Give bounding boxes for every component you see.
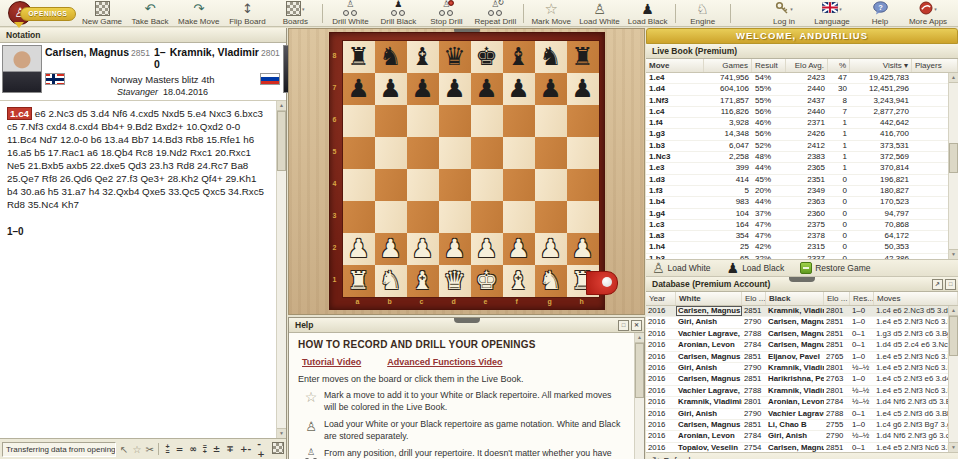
cell-belo: 2851: [824, 443, 850, 452]
piece-black-pawn: ♟: [571, 73, 593, 105]
cell-res: 0–1: [850, 409, 874, 419]
square-f8[interactable]: ♝: [503, 41, 535, 73]
square-h5[interactable]: [567, 137, 599, 169]
cursor-icon[interactable]: ↖: [120, 444, 128, 455]
toolbar-label: Drill White: [332, 17, 368, 26]
square-f1[interactable]: ♝: [503, 265, 535, 297]
square-f2[interactable]: ♟: [503, 233, 535, 265]
livebook-row[interactable]: 1.d341445%23510196,821: [646, 175, 958, 186]
toolbar-separator: [730, 4, 731, 23]
square-h2[interactable]: ♟: [567, 233, 599, 265]
square-b1[interactable]: ♞: [375, 265, 407, 297]
livebook-row[interactable]: 1.f43,92846%23711442,642: [646, 118, 958, 129]
logo-wordmark: OPENINGS: [20, 7, 76, 21]
square-e4[interactable]: [471, 169, 503, 201]
livebook-row[interactable]: 1.g410437%2360094,797: [646, 209, 958, 220]
help-bubble-icon: ?: [873, 1, 888, 17]
square-c2[interactable]: ♟: [407, 233, 439, 265]
cell-white: Giri, Anish: [676, 317, 742, 327]
square-h3[interactable]: [567, 201, 599, 233]
cell-welo: 2790: [742, 363, 766, 373]
help-panel: Help □ ✕ HOW TO RECORD AND DRILL YOUR OP…: [288, 317, 645, 459]
cell: 0: [828, 175, 850, 185]
database-column-headers[interactable]: YearWhiteElo ...BlackElo ...Res...Moves: [646, 292, 958, 306]
help-link-advanced-functions-video[interactable]: Advanced Functions Video: [387, 357, 502, 367]
eval-symbol[interactable]: ∓: [226, 444, 234, 454]
square-d6[interactable]: [439, 105, 471, 137]
cell: 1: [828, 129, 850, 139]
splitter-handle[interactable]: [454, 318, 480, 323]
column-header-elo-avg-[interactable]: Elo Avg.: [786, 59, 828, 72]
database-game-row[interactable]: 2016Giri, Anish2790Carlsen, Magnus28511–…: [646, 317, 958, 328]
square-c1[interactable]: ♝: [407, 265, 439, 297]
piece-white-pawn: ♟: [571, 233, 593, 265]
column-header--[interactable]: %: [828, 59, 850, 72]
cell: 1.d3: [646, 175, 704, 185]
cell: 370,814: [850, 163, 912, 173]
toolbar-button-boards[interactable]: ▾Boards: [271, 0, 319, 26]
cell-res: 1–0: [850, 317, 874, 327]
square-e5[interactable]: [471, 137, 503, 169]
cell-moves: 1.d4 Nf6 2.Nf3 g6 3.c4 Bg7 4.g...: [874, 431, 958, 441]
cell-welo: 2801: [742, 397, 766, 407]
eval-symbol[interactable]: ±: [213, 444, 221, 454]
toolbar-button-engine[interactable]: ♘Engine: [679, 0, 727, 26]
cell: 1.f4: [646, 118, 704, 128]
livebook-column-headers[interactable]: MoveGamesResultElo Avg.%Visits ▾Players: [646, 59, 958, 73]
diagram-icon[interactable]: [272, 442, 284, 456]
cell-welo: 2788: [742, 329, 766, 339]
toolbar-button-more-apps[interactable]: ▾More Apps: [904, 0, 952, 26]
restore-window-icon[interactable]: □: [618, 320, 629, 331]
square-f3[interactable]: [503, 201, 535, 233]
cell: 2440: [786, 84, 828, 94]
cell-welo: 2784: [742, 431, 766, 441]
database-game-row[interactable]: 2016Topalov, Veselin2754Carlsen, Magnus2…: [646, 443, 958, 452]
drill-white-icon: ♙: [342, 1, 358, 16]
livebook-row[interactable]: 1.a335447%2378064,172: [646, 231, 958, 242]
square-d8[interactable]: ♛: [439, 41, 471, 73]
column-header-elo-[interactable]: Elo ...: [742, 292, 766, 305]
square-h6[interactable]: [567, 105, 599, 137]
livebook-row[interactable]: 1.Nf3171,85755%243783,243,941: [646, 96, 958, 107]
export-icon[interactable]: ↗: [932, 279, 943, 290]
white-player-elo: 2851: [131, 48, 150, 58]
toolbar-button-language[interactable]: ▾Language: [808, 0, 856, 26]
square-a6[interactable]: [343, 105, 375, 137]
square-a1[interactable]: ♜: [343, 265, 375, 297]
cell: 104: [704, 209, 752, 219]
cell-res: ½–½: [850, 397, 874, 407]
livebook-row[interactable]: 1.c316447%2375070,868: [646, 220, 958, 231]
cell-moves: 1.d4 d5 2.c4 e6 3.Nc3 a6 4.cxd...: [874, 340, 958, 350]
notation-scrollbar[interactable]: ▲ ▼: [276, 101, 286, 438]
board-panel: ♜♞♝♛♚♝♞♜♟♟♟♟♟♟♟♟♟♟♟♟♟♟♟♟♜♞♝♛♚♝♞♜ 8765432…: [288, 28, 645, 315]
toolbar-button-take-back[interactable]: ↶Take Back: [126, 0, 174, 26]
square-a3[interactable]: [343, 201, 375, 233]
mark-move-icon[interactable]: ☆: [133, 444, 142, 455]
splitter-handle[interactable]: [789, 277, 815, 282]
cell: 0: [828, 220, 850, 230]
square-d5[interactable]: [439, 137, 471, 169]
column-header-visits[interactable]: Visits ▾: [850, 59, 912, 72]
event-site: Stavanger: [117, 87, 158, 97]
square-e1[interactable]: ♚: [471, 265, 503, 297]
column-header-white[interactable]: White: [676, 292, 742, 305]
database-game-row[interactable]: 2016Carlsen, Magnus2851Eljanov, Pavel276…: [646, 352, 958, 363]
cell-white: Carlsen, Magnus: [676, 306, 742, 316]
cell: 1: [828, 152, 850, 162]
square-h7[interactable]: ♟: [567, 73, 599, 105]
piece-white-pawn: ♟: [411, 233, 433, 265]
help-scroll-thumb[interactable]: [635, 343, 644, 398]
square-a8[interactable]: ♜: [343, 41, 375, 73]
cell: 2365: [786, 163, 828, 173]
column-header-res-[interactable]: Res...: [850, 292, 874, 305]
database-game-row[interactable]: 2016Carlsen, Magnus2851Harikrishna, Pent…: [646, 374, 958, 385]
cell-white: Carlsen, Magnus: [676, 420, 742, 430]
load-black-button[interactable]: ♟Load Black: [727, 260, 785, 276]
square-d2[interactable]: ♟: [439, 233, 471, 265]
piece-black-bishop: ♝: [411, 41, 433, 73]
help-links: Tutorial VideoAdvanced Functions Video: [302, 357, 626, 367]
cell-year: 2016: [646, 317, 676, 327]
square-c7[interactable]: ♟: [407, 73, 439, 105]
game-header-info: Carlsen, Magnus2851 1–0 Kramnik, Vladimi…: [42, 45, 283, 98]
cell: 47: [828, 73, 850, 83]
database-game-row[interactable]: 2016Giri, Anish2790Kramnik, Vladimir2801…: [646, 363, 958, 374]
scroll-down-arrow-icon[interactable]: ▼: [949, 442, 958, 452]
square-b3[interactable]: [375, 201, 407, 233]
scroll-up-arrow-icon[interactable]: ▲: [949, 306, 958, 316]
button-label: Restore Game: [815, 263, 870, 273]
square-c4[interactable]: [407, 169, 439, 201]
cell: 1: [828, 118, 850, 128]
eval-symbol[interactable]: =+: [203, 444, 207, 454]
notation-panel-title: Notation: [0, 28, 286, 43]
cell: 3,243,941: [850, 96, 912, 106]
square-g5[interactable]: [535, 137, 567, 169]
square-d7[interactable]: ♟: [439, 73, 471, 105]
square-d4[interactable]: [439, 169, 471, 201]
cell-white: Giri, Anish: [676, 363, 742, 373]
toolbar-button-load-black[interactable]: ♟Load Black: [624, 0, 672, 26]
livebook-row[interactable]: 1.d4604,10655%24403012,451,296: [646, 84, 958, 95]
cell: 37%: [752, 209, 786, 219]
cell: 983: [704, 197, 752, 207]
column-header-black[interactable]: Black: [766, 292, 824, 305]
star-icon: ☆: [305, 391, 318, 403]
cell-belo: 2790: [824, 431, 850, 441]
cell: 164: [704, 220, 752, 230]
cell: 0: [828, 254, 850, 259]
app-logo: ♙ OPENINGS: [6, 0, 78, 26]
piece-black-pawn: ♟: [347, 73, 369, 105]
cell-welo: 2851: [742, 306, 766, 316]
welcome-banner: WELCOME, ANDURILIUS: [646, 28, 958, 44]
square-g3[interactable]: [535, 201, 567, 233]
flip-icon: ↕: [242, 1, 253, 16]
database-game-row[interactable]: 2016Vachier Lagrave, ...2788Kramnik, Vla…: [646, 386, 958, 397]
scroll-down-arrow-icon[interactable]: ▼: [949, 249, 958, 259]
square-h8[interactable]: ♜: [567, 41, 599, 73]
main-toolbar: ♙ OPENINGS New Game↶Take Back↷Make Move↕…: [0, 0, 958, 27]
scroll-up-arrow-icon[interactable]: ▲: [949, 73, 958, 83]
column-header-move[interactable]: Move: [646, 59, 704, 72]
eval-symbol[interactable]: -+: [257, 439, 265, 459]
eval-symbol[interactable]: +-: [240, 444, 251, 454]
cell-res: ½–½: [850, 431, 874, 441]
database-game-row[interactable]: 2016Vachier Lagrave, ...2788Carlsen, Mag…: [646, 329, 958, 340]
cell-welo: 2790: [742, 317, 766, 327]
toolbar-button-help[interactable]: ?Help: [856, 0, 904, 26]
rank-label-2: 2: [333, 244, 337, 251]
cell-res: 0–1: [850, 443, 874, 452]
help-body: HOW TO RECORD AND DRILL YOUR OPENINGS Tu…: [289, 333, 644, 459]
toolbar-button-log-in[interactable]: ▾Log in: [760, 0, 808, 26]
square-g2[interactable]: ♟: [535, 233, 567, 265]
cell: 373,531: [850, 141, 912, 151]
database-game-row[interactable]: 2016Giri, Anish2790Vachier Lagrave, ...2…: [646, 409, 958, 420]
cell: 52%: [752, 141, 786, 151]
refresh-icon: ↻: [652, 455, 660, 459]
open-panel-icon[interactable]: □: [945, 279, 956, 290]
square-c5[interactable]: [407, 137, 439, 169]
cell-moves: 1.e4 e5 2.Nf3 Nc6 3.Bb5 Nf6 4...: [874, 386, 958, 396]
notation-scroll-thumb[interactable]: [277, 111, 286, 171]
square-e7[interactable]: ♟: [471, 73, 503, 105]
square-c6[interactable]: [407, 105, 439, 137]
toolbar-button-drill-black[interactable]: ♟Drill Black: [374, 0, 422, 26]
square-c8[interactable]: ♝: [407, 41, 439, 73]
current-move[interactable]: 1.c4: [7, 107, 32, 120]
cell: 55%: [752, 96, 786, 106]
cell: 3,928: [704, 118, 752, 128]
database-game-row[interactable]: 2016Carlsen, Magnus2851Kramnik, Vladimir…: [646, 306, 958, 317]
chevron-down-icon: ▾: [302, 6, 305, 12]
chevron-down-icon: ▾: [839, 6, 842, 12]
square-d1[interactable]: ♛: [439, 265, 471, 297]
column-header-result[interactable]: Result: [752, 59, 786, 72]
piece-black-rook: ♜: [571, 41, 593, 73]
livebook-scroll-thumb[interactable]: [949, 143, 958, 173]
notation-panel: Notation Carlsen, Magnus2851 1–0 Kramnik…: [0, 28, 287, 459]
toolbar-label: Language: [814, 17, 850, 26]
livebook-row[interactable]: 1.c4116,82656%244072,877,270: [646, 107, 958, 118]
chess-board[interactable]: ♜♞♝♛♚♝♞♜♟♟♟♟♟♟♟♟♟♟♟♟♟♟♟♟♜♞♝♛♚♝♞♜: [342, 40, 600, 298]
scroll-up-arrow-icon[interactable]: ▲: [635, 333, 644, 343]
cell-black: Eljanov, Pavel: [766, 352, 824, 362]
restore-game-button[interactable]: Restore Game: [800, 262, 870, 274]
cell: 2378: [786, 231, 828, 241]
square-b8[interactable]: ♞: [375, 41, 407, 73]
toolbar-button-flip-board[interactable]: ↕Flip Board: [223, 0, 271, 26]
notation-title-label: Notation: [6, 28, 40, 42]
square-b5[interactable]: [375, 137, 407, 169]
livebook-row[interactable]: 1.e339944%23651370,814: [646, 163, 958, 174]
file-label-h: h: [580, 298, 584, 305]
square-h4[interactable]: [567, 169, 599, 201]
square-e2[interactable]: ♟: [471, 233, 503, 265]
close-icon[interactable]: ✕: [631, 320, 642, 331]
cell: 1.h4: [646, 242, 704, 252]
livebook-row[interactable]: 1.b36,04752%24121373,531: [646, 141, 958, 152]
load-white-icon: ♙: [652, 260, 665, 276]
cell: 1.g4: [646, 209, 704, 219]
livebook-row[interactable]: 1.h42542%2315050,353: [646, 242, 958, 253]
cell: 42,386: [850, 254, 912, 259]
cell-white: Kramnik, Vladimir: [676, 397, 742, 407]
database-scroll-thumb[interactable]: [949, 316, 958, 356]
toolbar-button-drill-white[interactable]: ♙Drill White: [326, 0, 374, 26]
cell: 1.d4: [646, 84, 704, 94]
column-header-elo-[interactable]: Elo ...: [824, 292, 850, 305]
toolbar-button-stop-drill[interactable]: ♙Stop Drill: [422, 0, 470, 26]
toolbar-button-make-move[interactable]: ↷Make Move: [174, 0, 223, 26]
livebook-scrollbar[interactable]: ▲ ▼: [948, 73, 958, 259]
cell: 1.Nc3: [646, 152, 704, 162]
square-f6[interactable]: [503, 105, 535, 137]
piece-white-pawn: ♟: [539, 233, 561, 265]
square-f4[interactable]: [503, 169, 535, 201]
square-g4[interactable]: [535, 169, 567, 201]
moves-area: 1.c4 e6 2.Nc3 d5 3.d4 Nf6 4.cxd5 Nxd5 5.…: [0, 101, 286, 438]
piece-black-bishop: ♝: [507, 41, 529, 73]
toolbar-label: Drill Black: [381, 17, 417, 26]
livebook-row[interactable]: 1.f3520%23490180,827: [646, 186, 958, 197]
cell-welo: 2851: [742, 374, 766, 384]
cell: 2337: [786, 254, 828, 259]
column-header-players[interactable]: Players: [912, 59, 958, 72]
square-b4[interactable]: [375, 169, 407, 201]
square-b6[interactable]: [375, 105, 407, 137]
board-icon: [95, 1, 110, 16]
livebook-row[interactable]: 1.g314,34856%24261416,700: [646, 129, 958, 140]
move-list[interactable]: 1.c4 e6 2.Nc3 d5 3.d4 Nf6 4.cxd5 Nxd5 5.…: [0, 101, 286, 242]
square-a7[interactable]: ♟: [343, 73, 375, 105]
scissors-icon[interactable]: ✂: [145, 444, 153, 455]
help-intro: Enter moves on the board or click them i…: [298, 374, 626, 384]
cell: 70,868: [850, 220, 912, 230]
help-title-label: Help: [295, 318, 313, 332]
cell: 1.e3: [646, 163, 704, 173]
scroll-down-arrow-icon[interactable]: ▼: [277, 428, 286, 438]
livebook-row[interactable]: 1.Nc32,25848%23831372,569: [646, 152, 958, 163]
cell: 1: [828, 141, 850, 151]
refresh-button[interactable]: ↻Refresh: [652, 455, 693, 459]
cell: 2437: [786, 96, 828, 106]
database-game-row[interactable]: 2016Aronian, Levon2784Giri, Anish2790½–½…: [646, 431, 958, 442]
square-g7[interactable]: ♟: [535, 73, 567, 105]
right-column: WELCOME, ANDURILIUS Live Book (Premium) …: [646, 28, 958, 459]
help-tip: ♙From any position, drill your repertoir…: [298, 448, 626, 459]
help-scrollbar[interactable]: ▲ ▼: [634, 333, 644, 459]
cell-welo: 2851: [742, 352, 766, 362]
event-name: Norway Masters blitz 4th: [65, 74, 260, 85]
piece-black-queen: ♛: [443, 41, 465, 73]
cell-res: 0–1: [850, 340, 874, 350]
status-message: Transferring data from openings.chessbas…: [2, 442, 116, 457]
cell-black: Vachier Lagrave, ...: [766, 409, 824, 419]
cell: 1.h3: [646, 254, 704, 259]
square-f7[interactable]: ♟: [503, 73, 535, 105]
cell: 56%: [752, 129, 786, 139]
load-white-button[interactable]: ♙Load White: [652, 260, 711, 276]
undo-icon: ↶: [145, 1, 156, 16]
square-a4[interactable]: [343, 169, 375, 201]
cell-year: 2016: [646, 397, 676, 407]
piece-black-knight: ♞: [539, 41, 561, 73]
database-game-row[interactable]: 2016Carlsen, Magnus2851Li, Chao B27551–0…: [646, 420, 958, 431]
cell: 741,956: [704, 73, 752, 83]
database-scrollbar[interactable]: ▲ ▼: [948, 306, 958, 452]
square-f5[interactable]: [503, 137, 535, 169]
database-game-row[interactable]: 2016Kramnik, Vladimir2801Aronian, Levon2…: [646, 397, 958, 408]
column-header-games[interactable]: Games: [704, 59, 752, 72]
livebook-row[interactable]: 1.h36532%2337042,386: [646, 254, 958, 259]
white-player-name: Carlsen, Magnus: [45, 46, 129, 58]
cell: 44%: [752, 163, 786, 173]
help-link-tutorial-video[interactable]: Tutorial Video: [302, 357, 361, 367]
cell-year: 2016: [646, 420, 676, 430]
eval-symbol[interactable]: =: [176, 444, 184, 454]
toolbar-button-mark-move[interactable]: ☆Mark Move: [527, 0, 575, 26]
toolbar-button-load-white[interactable]: ♙Load White: [575, 0, 623, 26]
cell-belo: 2851: [824, 340, 850, 350]
square-g6[interactable]: [535, 105, 567, 137]
eval-symbol[interactable]: +=: [166, 444, 170, 454]
game-header: Carlsen, Magnus2851 1–0 Kramnik, Vladimi…: [0, 43, 286, 101]
column-header-year[interactable]: Year: [646, 292, 676, 305]
rank-label-7: 7: [333, 84, 337, 91]
cell: 1.b4: [646, 197, 704, 207]
livebook-row[interactable]: 1.b498344%23630170,523: [646, 197, 958, 208]
toolbar-label: Load White: [579, 17, 619, 26]
square-a5[interactable]: [343, 137, 375, 169]
database-game-row[interactable]: 2016Aronian, Levon2784Carlsen, Magnus285…: [646, 340, 958, 351]
square-b7[interactable]: ♟: [375, 73, 407, 105]
moves-text[interactable]: e6 2.Nc3 d5 3.d4 Nf6 4.cxd5 Nxd5 5.e4 Nx…: [7, 108, 264, 210]
square-b2[interactable]: ♟: [375, 233, 407, 265]
cell: 56%: [752, 107, 786, 117]
cell: 2,258: [704, 152, 752, 162]
cell-belo: 2755: [824, 420, 850, 430]
cell: 1.f3: [646, 186, 704, 196]
help-tips: ☆Mark a move to add it to your White or …: [298, 390, 626, 459]
square-a2[interactable]: ♟: [343, 233, 375, 265]
square-d3[interactable]: [439, 201, 471, 233]
toolbar-separator: [675, 4, 676, 23]
column-header-moves[interactable]: Moves: [874, 292, 958, 305]
square-g8[interactable]: ♞: [535, 41, 567, 73]
scroll-up-arrow-icon[interactable]: ▲: [277, 101, 286, 111]
square-c3[interactable]: [407, 201, 439, 233]
livebook-row[interactable]: 1.e4741,95654%24234719,425,783: [646, 73, 958, 84]
toolbar-button-repeat-drill[interactable]: ♙↻Repeat Drill: [470, 0, 520, 26]
cell: 2371: [786, 118, 828, 128]
toolbar-button-new-game[interactable]: New Game: [78, 0, 126, 26]
eval-symbol[interactable]: ∞: [189, 444, 197, 454]
cell: 2440: [786, 107, 828, 117]
square-e8[interactable]: ♚: [471, 41, 503, 73]
square-e3[interactable]: [471, 201, 503, 233]
drill-black-icon: ♟: [390, 1, 406, 16]
board-corner-tab[interactable]: [586, 271, 618, 295]
cell-res: 1–0: [850, 374, 874, 384]
cell: 30: [828, 84, 850, 94]
square-g1[interactable]: ♞: [535, 265, 567, 297]
square-e6[interactable]: [471, 105, 503, 137]
